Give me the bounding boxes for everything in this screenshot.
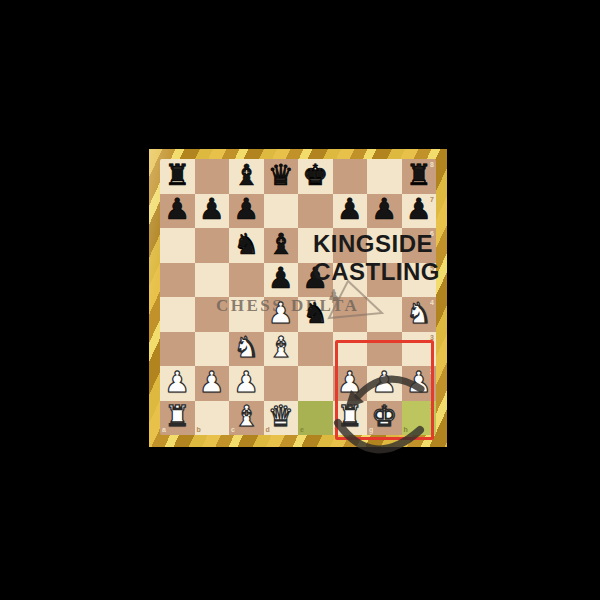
square-b3 [195,332,230,367]
piece-white-queen: ♛ [268,402,294,431]
square-e3 [298,332,333,367]
piece-black-pawn: ♟ [199,195,225,224]
square-d6: ♝ [264,228,299,263]
piece-black-bishop: ♝ [233,161,259,190]
piece-black-knight: ♞ [302,299,328,328]
piece-black-king: ♚ [302,161,328,190]
square-c3: ♞ [229,332,264,367]
square-d7 [264,194,299,229]
square-c6: ♞ [229,228,264,263]
piece-black-pawn: ♟ [268,264,294,293]
piece-white-pawn: ♟ [233,368,259,397]
square-g4 [367,297,402,332]
square-c2: ♟ [229,366,264,401]
square-a8: ♜ [160,159,195,194]
castling-zone-red-box [335,340,434,440]
square-h7: ♟7 [402,194,437,229]
piece-black-pawn: ♟ [371,195,397,224]
piece-black-pawn: ♟ [164,195,190,224]
square-e2 [298,366,333,401]
square-b2: ♟ [195,366,230,401]
piece-white-knight: ♞ [233,333,259,362]
piece-white-bishop: ♝ [233,402,259,431]
square-a7: ♟ [160,194,195,229]
square-f7: ♟ [333,194,368,229]
piece-white-bishop: ♝ [268,333,294,362]
square-b7: ♟ [195,194,230,229]
square-f8 [333,159,368,194]
piece-black-queen: ♛ [268,161,294,190]
title-line-1: KINGSIDE [313,230,433,258]
piece-white-pawn: ♟ [199,368,225,397]
square-d8: ♛ [264,159,299,194]
piece-black-pawn: ♟ [337,195,363,224]
square-b5 [195,263,230,298]
piece-black-rook: ♜ [406,161,432,190]
square-a4 [160,297,195,332]
piece-white-pawn: ♟ [268,299,294,328]
square-b1: b [195,401,230,436]
piece-black-pawn: ♟ [233,195,259,224]
title-line-2: CASTLING [313,258,440,286]
square-b8 [195,159,230,194]
square-a6 [160,228,195,263]
square-h4: ♞4 [402,297,437,332]
piece-black-pawn: ♟ [406,195,432,224]
square-d3: ♝ [264,332,299,367]
page-background: { "game": "chess", "position": { "fen": … [0,0,600,600]
square-d5: ♟ [264,263,299,298]
square-d2 [264,366,299,401]
square-d1: ♛d [264,401,299,436]
piece-white-rook: ♜ [164,402,190,431]
square-d4: ♟ [264,297,299,332]
piece-black-bishop: ♝ [268,230,294,259]
square-a3 [160,332,195,367]
square-e8: ♚ [298,159,333,194]
square-e4: ♞ [298,297,333,332]
file-label-b: b [197,426,201,433]
square-c7: ♟ [229,194,264,229]
square-a1: ♜a [160,401,195,436]
piece-black-rook: ♜ [164,161,190,190]
square-e7 [298,194,333,229]
piece-white-knight: ♞ [406,299,432,328]
square-e1: e [298,401,333,436]
square-g7: ♟ [367,194,402,229]
title-caption: KINGSIDE CASTLING [313,230,440,286]
file-label-e: e [300,426,304,433]
square-a2: ♟ [160,366,195,401]
square-c8: ♝ [229,159,264,194]
square-g8 [367,159,402,194]
piece-black-knight: ♞ [233,230,259,259]
square-c5 [229,263,264,298]
piece-white-pawn: ♟ [164,368,190,397]
square-c1: ♝c [229,401,264,436]
square-a5 [160,263,195,298]
square-b6 [195,228,230,263]
square-h8: ♜8 [402,159,437,194]
